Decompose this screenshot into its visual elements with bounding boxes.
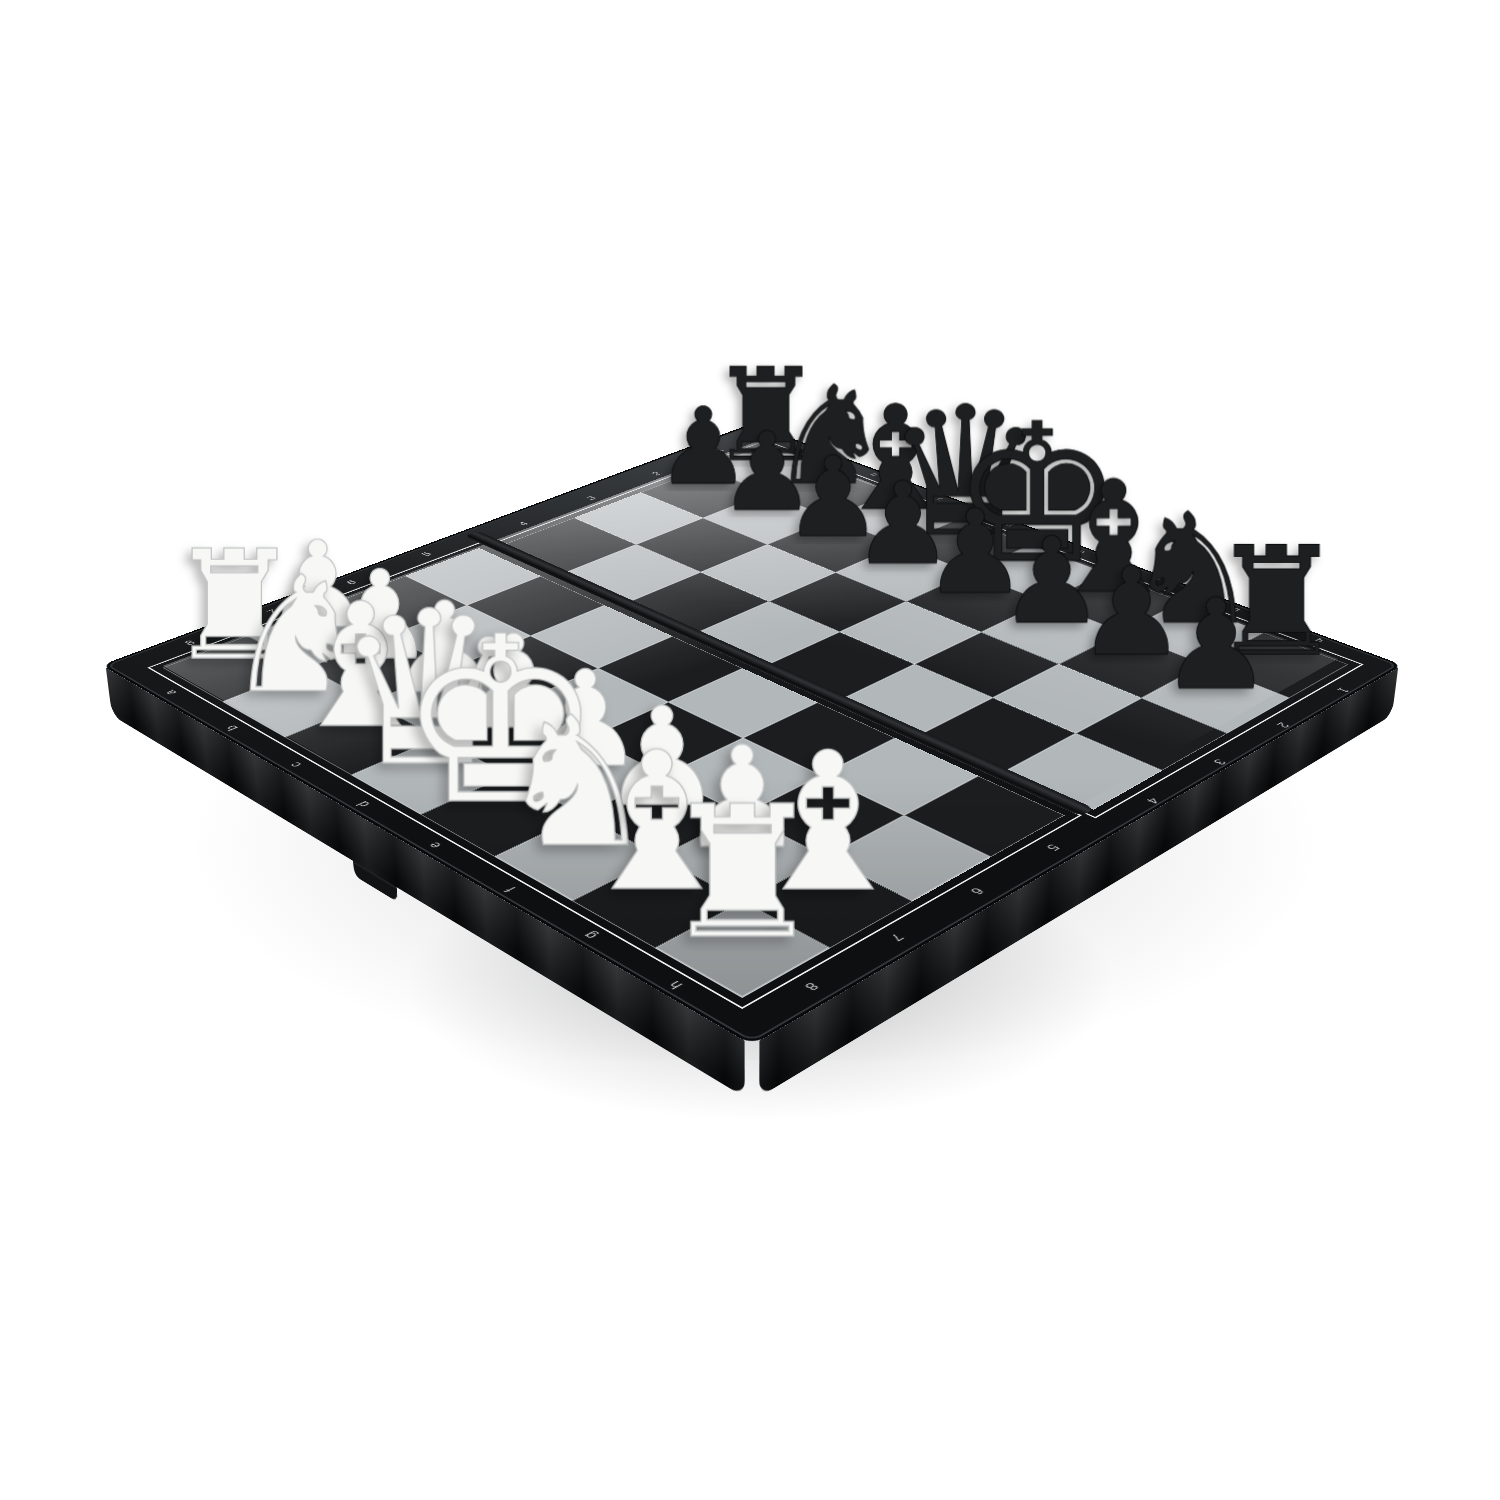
product-photo-scene: ♜♞♝♛♚♝♞♜♟♟♟♟♟♟♟♟ 11223344abcdefgh ♟♟♟♟♟♟… bbox=[0, 0, 1500, 1500]
file-label-near-h: h bbox=[659, 976, 692, 995]
case-clasp-tab bbox=[353, 861, 398, 903]
rank-label-right-5: 5 bbox=[1038, 840, 1068, 856]
rank-label-right-4: 4 bbox=[1138, 793, 1167, 808]
file-label-near-d: d bbox=[348, 797, 378, 812]
file-label-near-g: g bbox=[574, 927, 606, 945]
rook-glyph: ♜ bbox=[661, 781, 825, 963]
rank-label-right-1: 1 bbox=[1330, 684, 1357, 697]
rank-label-right-2: 2 bbox=[1269, 719, 1297, 732]
rank-label-left-3: 3 bbox=[579, 493, 603, 502]
chess-board-case: ♜♞♝♛♚♝♞♜♟♟♟♟♟♟♟♟ 11223344abcdefgh ♟♟♟♟♟♟… bbox=[101, 424, 1402, 1046]
board-surface: ♜♞♝♛♚♝♞♜♟♟♟♟♟♟♟♟ 11223344abcdefgh ♟♟♟♟♟♟… bbox=[101, 423, 1402, 1044]
rank-label-right-8: 8 bbox=[795, 977, 828, 996]
rank-label-right-3: 3 bbox=[1206, 755, 1235, 769]
rank-label-right-7: 7 bbox=[881, 929, 913, 947]
piece-white-rook-h1[interactable]: ♜ bbox=[661, 781, 825, 963]
file-label-near-a: a bbox=[157, 686, 184, 699]
file-label-near-e: e bbox=[419, 838, 449, 854]
file-label-near-b: b bbox=[217, 721, 245, 734]
pawn-glyph: ♟ bbox=[1160, 582, 1272, 707]
file-label-near-c: c bbox=[281, 758, 310, 772]
rank-label-right-6: 6 bbox=[962, 883, 993, 900]
file-label-near-f: f bbox=[495, 881, 526, 898]
rank-label-left-4: 4 bbox=[511, 519, 535, 529]
piece-black-pawn-h7[interactable]: ♟ bbox=[1160, 582, 1272, 707]
board-stage: ♜♞♝♛♚♝♞♜♟♟♟♟♟♟♟♟ 11223344abcdefgh ♟♟♟♟♟♟… bbox=[292, 205, 1212, 1125]
square-h1[interactable]: ♜ bbox=[655, 901, 831, 998]
